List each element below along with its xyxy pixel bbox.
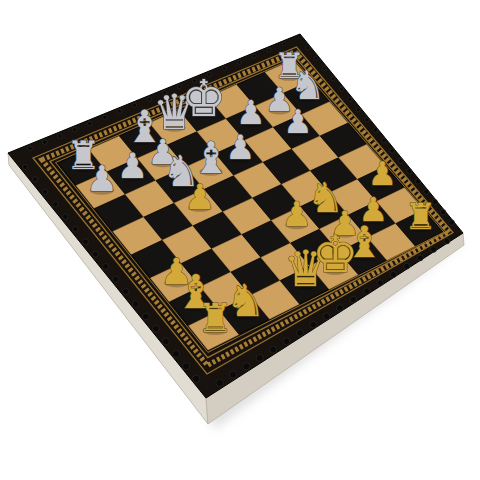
rim-stud xyxy=(267,48,271,52)
rim-stud xyxy=(407,169,412,174)
rim-stud xyxy=(87,121,92,126)
rim-stud xyxy=(404,263,410,269)
rim-stud xyxy=(424,189,429,194)
rim-stud xyxy=(417,255,423,261)
rim-stud xyxy=(153,326,160,333)
rim-stud xyxy=(323,313,330,320)
rim-stud xyxy=(314,56,318,60)
piece-white-p-c5: ♟ xyxy=(184,177,215,217)
rim-stud xyxy=(133,301,140,308)
rim-stud xyxy=(23,164,28,169)
rim-stud xyxy=(296,330,303,337)
rim-stud xyxy=(377,280,383,286)
piece-black-k-e8: ♚ xyxy=(181,69,226,128)
rim-stud xyxy=(83,239,89,245)
chessboard-photo-svg: ♜♝♛♚♜♟♟♟♟♟♞♞♝♟♟♟♟♟♞♟♝♟♟♜♞♛♚♝♜ xyxy=(0,0,480,480)
rim-stud xyxy=(331,77,335,81)
rim-stud xyxy=(183,363,190,370)
rim-stud xyxy=(193,375,200,382)
rim-stud xyxy=(270,346,277,353)
rim-stud xyxy=(306,46,310,50)
rim-stud xyxy=(390,271,396,277)
rim-stud xyxy=(415,179,420,184)
rim-stud xyxy=(350,296,356,302)
rim-stud xyxy=(252,54,256,58)
rim-stud xyxy=(63,214,69,220)
rim-stud xyxy=(243,363,250,370)
rim-stud xyxy=(33,177,38,182)
rim-stud xyxy=(283,338,290,345)
rim-stud xyxy=(444,238,450,244)
rim-stud xyxy=(43,140,48,145)
rim-stud xyxy=(449,220,455,226)
rim-stud xyxy=(256,354,263,361)
rim-stud xyxy=(356,107,360,111)
rim-stud xyxy=(398,158,403,163)
rim-stud xyxy=(113,276,119,282)
rim-stud xyxy=(73,128,78,133)
piece-black-p-b7: ♟ xyxy=(117,145,148,186)
rim-stud xyxy=(364,288,370,294)
rim-stud xyxy=(382,138,387,143)
rim-stud xyxy=(237,60,241,64)
rim-stud xyxy=(390,148,395,153)
rim-stud xyxy=(431,247,437,253)
rim-stud xyxy=(93,251,99,257)
rim-stud xyxy=(339,87,343,91)
rim-stud xyxy=(57,134,62,139)
rim-stud xyxy=(117,109,121,113)
rim-stud xyxy=(163,338,170,345)
rim-stud xyxy=(365,118,370,123)
rim-stud xyxy=(310,321,317,328)
rim-stud xyxy=(102,115,106,119)
rim-stud xyxy=(123,288,129,294)
rim-stud xyxy=(73,226,79,232)
rim-stud xyxy=(143,313,150,320)
rim-stud xyxy=(229,371,236,378)
rim-stud xyxy=(43,189,48,194)
rim-stud xyxy=(53,202,58,207)
rim-stud xyxy=(348,97,352,101)
piece-black-n-h7: ♞ xyxy=(290,62,326,108)
rim-stud xyxy=(440,210,446,216)
piece-black-p-g6: ♟ xyxy=(283,103,312,141)
rim-stud xyxy=(373,128,378,133)
piece-white-p-h3: ♟ xyxy=(368,155,397,193)
rim-stud xyxy=(216,379,223,386)
piece-white-r-h1: ♜ xyxy=(405,196,437,237)
rim-stud xyxy=(28,146,33,151)
piece-black-p-a7: ♟ xyxy=(86,158,118,199)
piece-black-p-e6: ♟ xyxy=(225,128,255,167)
chess-set-product-photo: ♜♝♛♚♜♟♟♟♟♟♞♞♝♟♟♟♟♟♞♟♝♟♟♜♞♛♚♝♜ xyxy=(0,0,480,480)
rim-stud xyxy=(173,350,180,357)
piece-black-p-f7: ♟ xyxy=(236,93,266,132)
piece-white-b-f1: ♝ xyxy=(345,217,384,267)
piece-white-n-b1: ♞ xyxy=(226,275,266,326)
rim-stud xyxy=(103,264,109,270)
rim-stud xyxy=(337,305,344,312)
